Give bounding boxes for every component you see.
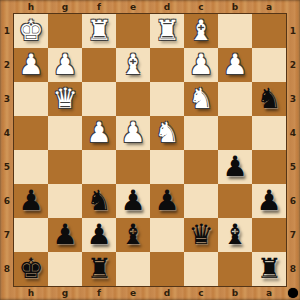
black-pawn-h6: ♟ — [18, 184, 43, 218]
white-pawn-h2: ♟ — [18, 48, 43, 82]
black-pawn-e6: ♟ — [120, 184, 145, 218]
coord-label-6: 6 — [286, 184, 300, 218]
square-g4[interactable] — [48, 116, 82, 150]
square-c1[interactable]: ♝ — [184, 14, 218, 48]
black-pawn-f7: ♟ — [86, 218, 111, 252]
coord-label-h: h — [14, 286, 48, 300]
coord-label-2: 2 — [286, 48, 300, 82]
square-e7[interactable]: ♝ — [116, 218, 150, 252]
coord-label-4: 4 — [286, 116, 300, 150]
square-c6[interactable] — [184, 184, 218, 218]
white-bishop-c1: ♝ — [188, 14, 213, 48]
coord-label-8: 8 — [286, 252, 300, 286]
square-h4[interactable] — [14, 116, 48, 150]
square-f3[interactable] — [82, 82, 116, 116]
square-a7[interactable] — [252, 218, 286, 252]
square-c5[interactable] — [184, 150, 218, 184]
black-rook-a8: ♜ — [256, 252, 281, 286]
square-a3[interactable]: ♞ — [252, 82, 286, 116]
coord-label-e: e — [116, 286, 150, 300]
square-b8[interactable] — [218, 252, 252, 286]
black-pawn-a6: ♟ — [256, 184, 281, 218]
square-a6[interactable]: ♟ — [252, 184, 286, 218]
white-pawn-e4: ♟ — [120, 116, 145, 150]
square-b1[interactable] — [218, 14, 252, 48]
square-h8[interactable]: ♚ — [14, 252, 48, 286]
black-pawn-b5: ♟ — [222, 150, 247, 184]
square-h3[interactable] — [14, 82, 48, 116]
square-f6[interactable]: ♞ — [82, 184, 116, 218]
white-knight-c3: ♞ — [188, 82, 213, 116]
square-d5[interactable] — [150, 150, 184, 184]
rank-labels-left: 12345678 — [0, 14, 14, 286]
coord-label-3: 3 — [286, 82, 300, 116]
square-f2[interactable] — [82, 48, 116, 82]
coord-label-e: e — [116, 0, 150, 14]
coord-label-b: b — [218, 286, 252, 300]
square-d6[interactable]: ♟ — [150, 184, 184, 218]
square-g5[interactable] — [48, 150, 82, 184]
square-d1[interactable]: ♜ — [150, 14, 184, 48]
black-queen-c7: ♛ — [188, 218, 213, 252]
coord-label-5: 5 — [286, 150, 300, 184]
square-d4[interactable]: ♞ — [150, 116, 184, 150]
square-a4[interactable] — [252, 116, 286, 150]
square-b7[interactable]: ♝ — [218, 218, 252, 252]
white-bishop-e2: ♝ — [120, 48, 145, 82]
board: ♚♜♜♝♟♟♝♟♟♛♞♞♟♟♞♟♟♞♟♟♟♟♟♝♛♝♚♜♜ — [14, 14, 286, 286]
coord-label-c: c — [184, 286, 218, 300]
coord-label-8: 8 — [0, 252, 14, 286]
chess-board-frame: hgfedcba hgfedcba 12345678 12345678 ♚♜♜♝… — [0, 0, 300, 300]
square-g7[interactable]: ♟ — [48, 218, 82, 252]
black-king-h8: ♚ — [18, 252, 43, 286]
black-bishop-b7: ♝ — [222, 218, 247, 252]
square-g2[interactable]: ♟ — [48, 48, 82, 82]
square-f4[interactable]: ♟ — [82, 116, 116, 150]
coord-label-g: g — [48, 0, 82, 14]
square-a5[interactable] — [252, 150, 286, 184]
coord-label-b: b — [218, 0, 252, 14]
file-labels-top: hgfedcba — [14, 0, 286, 14]
square-e6[interactable]: ♟ — [116, 184, 150, 218]
square-g1[interactable] — [48, 14, 82, 48]
square-e4[interactable]: ♟ — [116, 116, 150, 150]
square-b5[interactable]: ♟ — [218, 150, 252, 184]
white-knight-d4: ♞ — [154, 116, 179, 150]
square-d7[interactable] — [150, 218, 184, 252]
black-pawn-d6: ♟ — [154, 184, 179, 218]
square-e3[interactable] — [116, 82, 150, 116]
coord-label-3: 3 — [0, 82, 14, 116]
coord-label-h: h — [14, 0, 48, 14]
square-b6[interactable] — [218, 184, 252, 218]
square-e2[interactable]: ♝ — [116, 48, 150, 82]
square-e5[interactable] — [116, 150, 150, 184]
coord-label-4: 4 — [0, 116, 14, 150]
square-b4[interactable] — [218, 116, 252, 150]
white-pawn-f4: ♟ — [86, 116, 111, 150]
black-rook-f8: ♜ — [86, 252, 111, 286]
black-pawn-g7: ♟ — [52, 218, 77, 252]
coord-label-7: 7 — [286, 218, 300, 252]
coord-label-f: f — [82, 286, 116, 300]
square-c2[interactable]: ♟ — [184, 48, 218, 82]
file-labels-bottom: hgfedcba — [14, 286, 286, 300]
square-c7[interactable]: ♛ — [184, 218, 218, 252]
coord-label-d: d — [150, 286, 184, 300]
white-pawn-c2: ♟ — [188, 48, 213, 82]
square-g8[interactable] — [48, 252, 82, 286]
square-g6[interactable] — [48, 184, 82, 218]
coord-label-6: 6 — [0, 184, 14, 218]
coord-label-g: g — [48, 286, 82, 300]
coord-label-c: c — [184, 0, 218, 14]
white-pawn-g2: ♟ — [52, 48, 77, 82]
square-c3[interactable]: ♞ — [184, 82, 218, 116]
square-c8[interactable] — [184, 252, 218, 286]
coord-label-f: f — [82, 0, 116, 14]
square-c4[interactable] — [184, 116, 218, 150]
square-b2[interactable]: ♟ — [218, 48, 252, 82]
white-king-h1: ♚ — [18, 14, 43, 48]
square-e8[interactable] — [116, 252, 150, 286]
square-h2[interactable]: ♟ — [14, 48, 48, 82]
coord-label-7: 7 — [0, 218, 14, 252]
square-d3[interactable] — [150, 82, 184, 116]
coord-label-5: 5 — [0, 150, 14, 184]
square-h7[interactable] — [14, 218, 48, 252]
white-queen-g3: ♛ — [52, 82, 77, 116]
square-a1[interactable] — [252, 14, 286, 48]
coord-label-d: d — [150, 0, 184, 14]
square-h5[interactable] — [14, 150, 48, 184]
square-h1[interactable]: ♚ — [14, 14, 48, 48]
black-knight-a3: ♞ — [256, 82, 281, 116]
coord-label-1: 1 — [286, 14, 300, 48]
square-a8[interactable]: ♜ — [252, 252, 286, 286]
white-rook-d1: ♜ — [154, 14, 179, 48]
square-h6[interactable]: ♟ — [14, 184, 48, 218]
coord-label-a: a — [252, 286, 286, 300]
square-e1[interactable] — [116, 14, 150, 48]
white-rook-f1: ♜ — [86, 14, 111, 48]
black-knight-f6: ♞ — [86, 184, 111, 218]
square-f1[interactable]: ♜ — [82, 14, 116, 48]
black-to-move-indicator — [288, 288, 298, 298]
square-f8[interactable]: ♜ — [82, 252, 116, 286]
square-g3[interactable]: ♛ — [48, 82, 82, 116]
square-d8[interactable] — [150, 252, 184, 286]
square-f5[interactable] — [82, 150, 116, 184]
rank-labels-right: 12345678 — [286, 14, 300, 286]
black-bishop-e7: ♝ — [120, 218, 145, 252]
square-f7[interactable]: ♟ — [82, 218, 116, 252]
coord-label-2: 2 — [0, 48, 14, 82]
coord-label-1: 1 — [0, 14, 14, 48]
white-pawn-b2: ♟ — [222, 48, 247, 82]
square-a2[interactable] — [252, 48, 286, 82]
square-b3[interactable] — [218, 82, 252, 116]
coord-label-a: a — [252, 0, 286, 14]
square-d2[interactable] — [150, 48, 184, 82]
